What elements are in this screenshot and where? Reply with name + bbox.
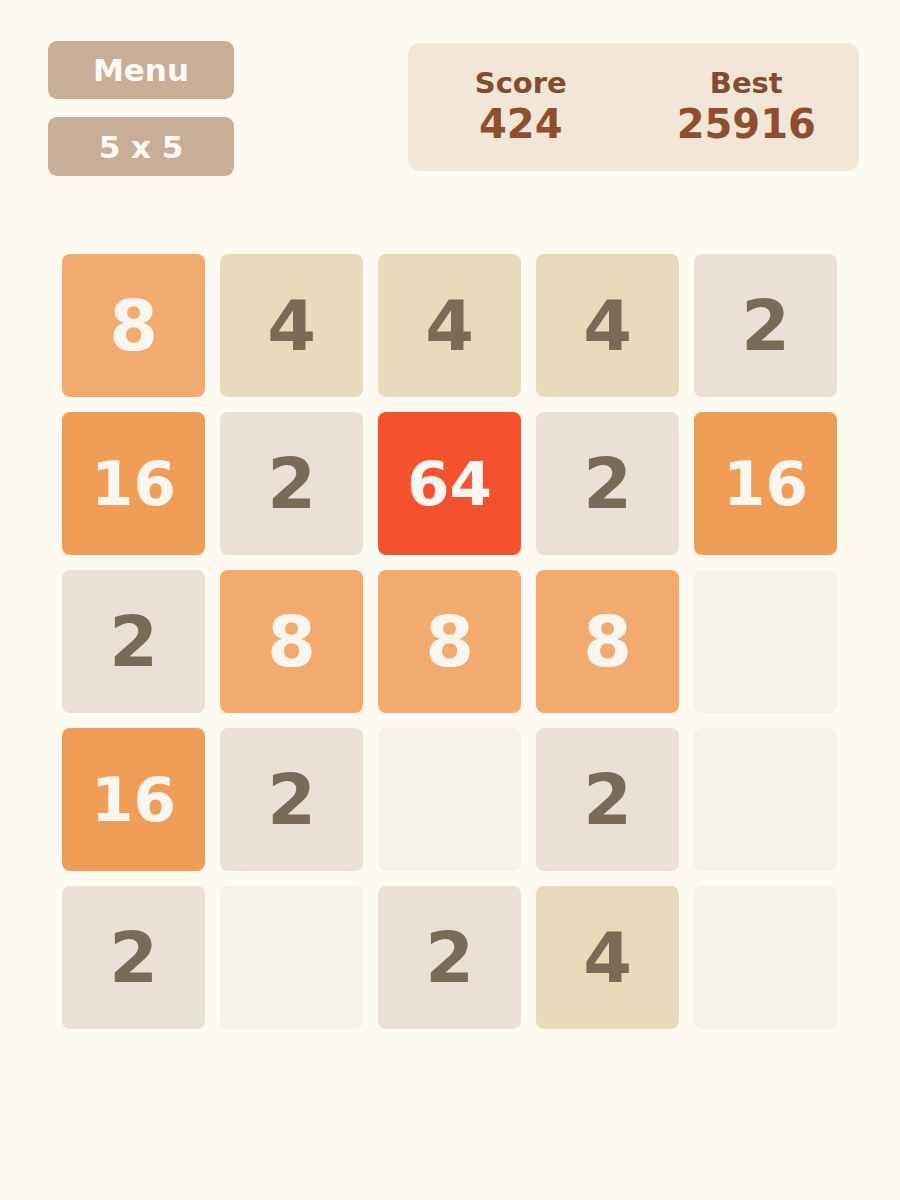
best-box: Best 25916 xyxy=(634,43,860,171)
score-box: Score 424 xyxy=(408,43,634,171)
empty-cell xyxy=(378,728,521,871)
tile-8: 8 xyxy=(378,570,521,713)
tile-2: 2 xyxy=(220,728,363,871)
board[interactable]: 844421626421628881622224 xyxy=(62,254,837,1029)
tile-2: 2 xyxy=(378,886,521,1029)
empty-cell xyxy=(694,886,837,1029)
tile-2: 2 xyxy=(62,570,205,713)
empty-cell xyxy=(220,886,363,1029)
menu-button[interactable]: Menu xyxy=(48,41,234,99)
board-size-button[interactable]: 5 x 5 xyxy=(48,117,234,176)
empty-cell xyxy=(694,728,837,871)
tile-4: 4 xyxy=(536,254,679,397)
tile-2: 2 xyxy=(694,254,837,397)
tile-2: 2 xyxy=(220,412,363,555)
tile-16: 16 xyxy=(62,728,205,871)
game-screen: Menu 5 x 5 Score 424 Best 25916 84442162… xyxy=(0,0,900,1200)
tile-16: 16 xyxy=(694,412,837,555)
score-label: Score xyxy=(475,68,567,100)
tile-8: 8 xyxy=(62,254,205,397)
tile-16: 16 xyxy=(62,412,205,555)
tile-4: 4 xyxy=(536,886,679,1029)
tile-64: 64 xyxy=(378,412,521,555)
best-value: 25916 xyxy=(677,102,816,146)
score-value: 424 xyxy=(479,102,563,146)
tile-2: 2 xyxy=(536,728,679,871)
tile-4: 4 xyxy=(378,254,521,397)
tile-4: 4 xyxy=(220,254,363,397)
tile-8: 8 xyxy=(220,570,363,713)
tile-8: 8 xyxy=(536,570,679,713)
best-label: Best xyxy=(710,68,783,100)
score-panel: Score 424 Best 25916 xyxy=(408,43,859,171)
tile-2: 2 xyxy=(62,886,205,1029)
empty-cell xyxy=(694,570,837,713)
tile-2: 2 xyxy=(536,412,679,555)
